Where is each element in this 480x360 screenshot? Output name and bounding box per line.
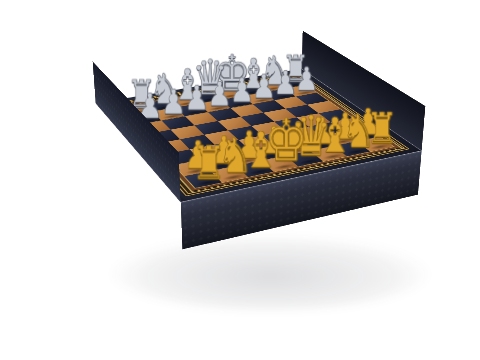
piece-gold-rook-a1[interactable]: ♜ [191, 141, 225, 185]
piece-silver-pawn-c7[interactable]: ♟ [184, 82, 209, 114]
piece-silver-pawn-f7[interactable]: ♟ [251, 71, 275, 102]
chess-box: ♜♞♝♛♚♝♞♜♟♟♟♟♟♟♟♟♟♟♟♟♟♟♟♟♜♞♝♚♛♝♞♜ [98, 106, 418, 249]
product-photo: ♜♞♝♛♚♝♞♜♟♟♟♟♟♟♟♟♟♟♟♟♟♟♟♟♜♞♝♚♛♝♞♜ [0, 0, 480, 360]
piece-silver-pawn-d7[interactable]: ♟ [207, 78, 232, 110]
piece-silver-pawn-g7[interactable]: ♟ [273, 67, 297, 98]
perspective-wrap: ♜♞♝♛♚♝♞♜♟♟♟♟♟♟♟♟♟♟♟♟♟♟♟♟♜♞♝♚♛♝♞♜ [130, 47, 370, 287]
piece-silver-pawn-e7[interactable]: ♟ [229, 74, 253, 105]
piece-silver-pawn-b7[interactable]: ♟ [160, 86, 185, 118]
piece-silver-pawn-h7[interactable]: ♟ [294, 64, 318, 95]
